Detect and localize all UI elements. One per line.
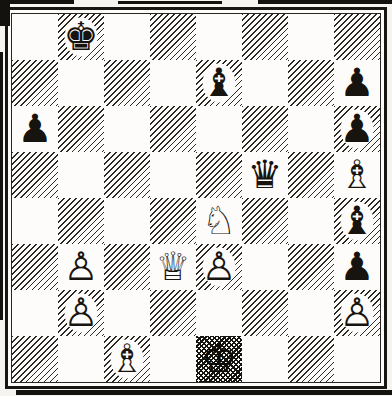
- white-bishop: ♗: [340, 152, 375, 198]
- square-g2[interactable]: [288, 290, 334, 336]
- black-pawn: ♟: [18, 106, 53, 152]
- square-c8[interactable]: [104, 14, 150, 60]
- square-a8[interactable]: [12, 14, 58, 60]
- square-c4[interactable]: [104, 198, 150, 244]
- square-g3[interactable]: [288, 244, 334, 290]
- white-pawn: ♙: [64, 244, 99, 290]
- black-bishop: ♝: [340, 198, 375, 244]
- print-artifact: [0, 0, 10, 26]
- black-bishop: ♝: [202, 60, 237, 106]
- square-d2[interactable]: [150, 290, 196, 336]
- print-artifact: [118, 1, 222, 4]
- square-d6[interactable]: [150, 106, 196, 152]
- square-f3[interactable]: [242, 244, 288, 290]
- square-f1[interactable]: [242, 336, 288, 382]
- square-g8[interactable]: [288, 14, 334, 60]
- black-queen: ♛: [248, 152, 283, 198]
- square-c7[interactable]: [104, 60, 150, 106]
- square-e2[interactable]: [196, 290, 242, 336]
- print-artifact: [0, 52, 3, 320]
- square-g7[interactable]: [288, 60, 334, 106]
- square-d1[interactable]: [150, 336, 196, 382]
- white-knight: ♘: [202, 198, 237, 244]
- black-pawn: ♟: [340, 244, 375, 290]
- square-d4[interactable]: [150, 198, 196, 244]
- square-a3[interactable]: [12, 244, 58, 290]
- square-d8[interactable]: [150, 14, 196, 60]
- square-f5[interactable]: ♛: [242, 152, 288, 198]
- square-h7[interactable]: ♟: [334, 60, 380, 106]
- square-d7[interactable]: [150, 60, 196, 106]
- black-king: ♚: [64, 14, 99, 60]
- square-c6[interactable]: [104, 106, 150, 152]
- square-c1[interactable]: ♗: [104, 336, 150, 382]
- square-b1[interactable]: [58, 336, 104, 382]
- square-a7[interactable]: [12, 60, 58, 106]
- square-h6[interactable]: ♟: [334, 106, 380, 152]
- square-e8[interactable]: [196, 14, 242, 60]
- print-artifact: [0, 0, 74, 4]
- white-queen: ♕: [156, 244, 191, 290]
- square-b7[interactable]: [58, 60, 104, 106]
- square-a4[interactable]: [12, 198, 58, 244]
- white-pawn: ♙: [340, 290, 375, 336]
- print-artifact: [16, 390, 392, 395]
- white-bishop: ♗: [110, 336, 145, 382]
- square-b4[interactable]: [58, 198, 104, 244]
- square-g4[interactable]: [288, 198, 334, 244]
- square-f8[interactable]: [242, 14, 288, 60]
- white-pawn: ♙: [64, 290, 99, 336]
- square-h1[interactable]: [334, 336, 380, 382]
- white-pawn: ♙: [202, 244, 237, 290]
- square-g5[interactable]: [288, 152, 334, 198]
- square-h2[interactable]: ♙: [334, 290, 380, 336]
- white-king: ♔: [202, 336, 237, 382]
- square-a6[interactable]: ♟: [12, 106, 58, 152]
- square-d5[interactable]: [150, 152, 196, 198]
- square-c5[interactable]: [104, 152, 150, 198]
- square-e1[interactable]: ♔: [196, 336, 242, 382]
- chess-board: ♚♝♟♟♟♛♗♘♝♙♕♙♟♙♙♗♔: [11, 13, 381, 383]
- square-f6[interactable]: [242, 106, 288, 152]
- square-g6[interactable]: [288, 106, 334, 152]
- square-e3[interactable]: ♙: [196, 244, 242, 290]
- black-pawn: ♟: [340, 106, 375, 152]
- square-h5[interactable]: ♗: [334, 152, 380, 198]
- square-a2[interactable]: [12, 290, 58, 336]
- black-pawn: ♟: [340, 60, 375, 106]
- square-e7[interactable]: ♝: [196, 60, 242, 106]
- square-c2[interactable]: [104, 290, 150, 336]
- square-b8[interactable]: ♚: [58, 14, 104, 60]
- square-g1[interactable]: [288, 336, 334, 382]
- square-h3[interactable]: ♟: [334, 244, 380, 290]
- square-f2[interactable]: [242, 290, 288, 336]
- square-d3[interactable]: ♕: [150, 244, 196, 290]
- square-b2[interactable]: ♙: [58, 290, 104, 336]
- square-f4[interactable]: [242, 198, 288, 244]
- square-b3[interactable]: ♙: [58, 244, 104, 290]
- square-f7[interactable]: [242, 60, 288, 106]
- board-frame: ♚♝♟♟♟♛♗♘♝♙♕♙♟♙♙♗♔: [5, 7, 387, 389]
- square-e6[interactable]: [196, 106, 242, 152]
- print-artifact: [258, 0, 392, 4]
- square-b5[interactable]: [58, 152, 104, 198]
- square-e4[interactable]: ♘: [196, 198, 242, 244]
- square-b6[interactable]: [58, 106, 104, 152]
- square-h8[interactable]: [334, 14, 380, 60]
- square-c3[interactable]: [104, 244, 150, 290]
- square-a1[interactable]: [12, 336, 58, 382]
- square-h4[interactable]: ♝: [334, 198, 380, 244]
- square-a5[interactable]: [12, 152, 58, 198]
- square-e5[interactable]: [196, 152, 242, 198]
